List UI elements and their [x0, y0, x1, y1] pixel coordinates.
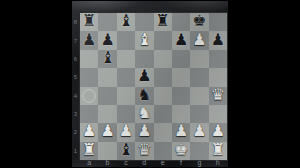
- piece-black-pawn[interactable]: ♟: [137, 67, 151, 85]
- square-e2[interactable]: [154, 123, 172, 141]
- square-a1[interactable]: ♜: [80, 142, 98, 160]
- piece-black-pawn[interactable]: ♟: [100, 31, 114, 49]
- move-hint-ring: [82, 89, 96, 103]
- piece-white-rook[interactable]: ♜: [82, 141, 96, 159]
- file-label-b: b: [98, 159, 116, 168]
- square-g6[interactable]: [190, 50, 208, 68]
- piece-white-knight[interactable]: ♞: [137, 104, 151, 122]
- square-c7[interactable]: [117, 31, 135, 49]
- square-b6[interactable]: ♝: [98, 50, 116, 68]
- piece-black-pawn[interactable]: ♟: [82, 31, 96, 49]
- square-c4[interactable]: [117, 87, 135, 105]
- square-b4[interactable]: [98, 87, 116, 105]
- piece-black-pawn[interactable]: ♟: [174, 31, 188, 49]
- file-label-c: c: [117, 159, 135, 168]
- square-e1[interactable]: [154, 142, 172, 160]
- square-e3[interactable]: [154, 105, 172, 123]
- square-c1[interactable]: ♝: [117, 142, 135, 160]
- piece-white-pawn[interactable]: ♟: [137, 122, 151, 140]
- rank-label-6: 6: [71, 50, 80, 68]
- piece-black-knight[interactable]: ♞: [137, 86, 151, 104]
- square-g7[interactable]: ♟: [190, 31, 208, 49]
- file-labels: abcdefgh: [80, 159, 227, 168]
- piece-white-pawn[interactable]: ♟: [82, 122, 96, 140]
- piece-white-bishop[interactable]: ♝: [137, 31, 151, 49]
- square-e7[interactable]: [154, 31, 172, 49]
- square-a7[interactable]: ♟: [80, 31, 98, 49]
- square-f6[interactable]: [172, 50, 190, 68]
- rank-labels: 87654321: [71, 13, 80, 160]
- square-a4[interactable]: [80, 87, 98, 105]
- rank-label-2: 2: [71, 123, 80, 141]
- piece-black-bishop[interactable]: ♝: [119, 12, 133, 30]
- square-h4[interactable]: ♛: [209, 87, 227, 105]
- rank-label-5: 5: [71, 68, 80, 86]
- piece-black-rook[interactable]: ♜: [156, 12, 170, 30]
- rank-label-1: 1: [71, 142, 80, 160]
- square-h7[interactable]: ♟: [209, 31, 227, 49]
- piece-white-king[interactable]: ♚: [174, 141, 188, 159]
- square-c5[interactable]: [117, 68, 135, 86]
- square-g5[interactable]: [190, 68, 208, 86]
- rank-label-7: 7: [71, 31, 80, 49]
- rank-label-8: 8: [71, 13, 80, 31]
- square-e5[interactable]: [154, 68, 172, 86]
- piece-black-pawn[interactable]: ♟: [211, 31, 225, 49]
- square-b5[interactable]: [98, 68, 116, 86]
- piece-white-rook[interactable]: ♜: [211, 141, 225, 159]
- square-c6[interactable]: [117, 50, 135, 68]
- screen-background: ♜♝♜♚♟♟♝♟♟♟♝♟♞♛♞♟♟♟♟♟♟♟♜♝♛♚♜ abcdefgh 876…: [0, 0, 300, 168]
- square-g2[interactable]: ♟: [190, 123, 208, 141]
- file-label-g: g: [190, 159, 208, 168]
- piece-white-queen[interactable]: ♛: [137, 141, 151, 159]
- square-d1[interactable]: ♛: [135, 142, 153, 160]
- piece-black-bishop[interactable]: ♝: [100, 49, 114, 67]
- piece-white-pawn[interactable]: ♟: [174, 122, 188, 140]
- square-h6[interactable]: [209, 50, 227, 68]
- rank-label-3: 3: [71, 105, 80, 123]
- board-grid: ♜♝♜♚♟♟♝♟♟♟♝♟♞♛♞♟♟♟♟♟♟♟♜♝♛♚♜: [80, 13, 227, 160]
- square-f4[interactable]: [172, 87, 190, 105]
- square-a6[interactable]: [80, 50, 98, 68]
- piece-white-queen[interactable]: ♛: [211, 86, 225, 104]
- square-h1[interactable]: ♜: [209, 142, 227, 160]
- square-a5[interactable]: [80, 68, 98, 86]
- file-label-f: f: [172, 159, 190, 168]
- piece-white-pawn[interactable]: ♟: [119, 122, 133, 140]
- file-label-h: h: [209, 159, 227, 168]
- piece-white-pawn[interactable]: ♟: [192, 122, 206, 140]
- square-d7[interactable]: ♝: [135, 31, 153, 49]
- rank-label-4: 4: [71, 87, 80, 105]
- square-f1[interactable]: ♚: [172, 142, 190, 160]
- file-label-a: a: [80, 159, 98, 168]
- square-g4[interactable]: [190, 87, 208, 105]
- piece-white-pawn[interactable]: ♟: [192, 31, 206, 49]
- square-g1[interactable]: [190, 142, 208, 160]
- piece-black-king[interactable]: ♚: [192, 12, 206, 30]
- piece-white-pawn[interactable]: ♟: [100, 122, 114, 140]
- square-e8[interactable]: ♜: [154, 13, 172, 31]
- piece-black-rook[interactable]: ♜: [82, 12, 96, 30]
- square-c8[interactable]: ♝: [117, 13, 135, 31]
- square-b1[interactable]: [98, 142, 116, 160]
- square-b2[interactable]: ♟: [98, 123, 116, 141]
- file-label-e: e: [154, 159, 172, 168]
- square-f7[interactable]: ♟: [172, 31, 190, 49]
- piece-white-pawn[interactable]: ♟: [211, 122, 225, 140]
- file-label-d: d: [135, 159, 153, 168]
- square-e6[interactable]: [154, 50, 172, 68]
- square-e4[interactable]: [154, 87, 172, 105]
- square-f5[interactable]: [172, 68, 190, 86]
- piece-black-bishop[interactable]: ♝: [119, 141, 133, 159]
